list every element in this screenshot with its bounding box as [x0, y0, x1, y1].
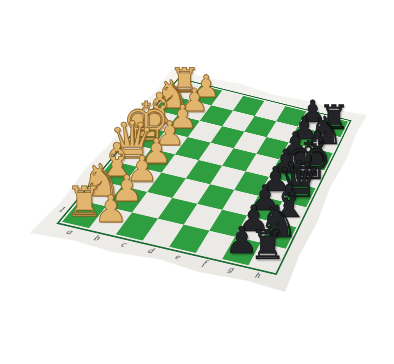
- chess-mat: abcdefgh 1: [30, 67, 367, 292]
- product-photo-scene: abcdefgh 1 ♜♞♝♛♚♝♞♜♟♟♟♟♟♟♟♟♟♟♟♟♟♟♟♟♜♞♝♛♚…: [0, 0, 394, 364]
